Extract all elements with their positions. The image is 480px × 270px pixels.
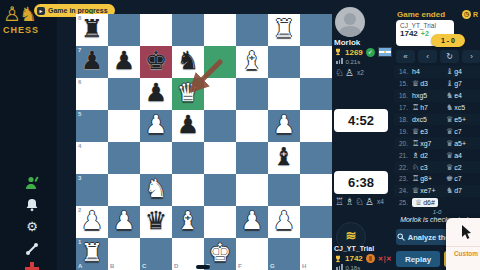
piece-icon: ♛	[446, 139, 453, 148]
square-a4[interactable]: 4	[76, 142, 108, 174]
square-a7[interactable]: 7♟	[76, 46, 108, 78]
player-bottom-rating-row: 1742 ✕|✕	[334, 254, 392, 263]
white-pawn[interactable]: ♟	[268, 206, 300, 238]
square-c4[interactable]	[140, 142, 172, 174]
white-move[interactable]: ♘c3	[412, 163, 446, 172]
square-e5[interactable]	[204, 110, 236, 142]
square-f4[interactable]	[236, 142, 268, 174]
square-b6[interactable]	[108, 78, 140, 110]
black-move[interactable]: ♛e5+	[446, 115, 480, 124]
square-c1[interactable]: C	[140, 238, 172, 270]
piece-icon: ♝	[446, 79, 453, 88]
move-number: 16.	[394, 92, 408, 99]
square-d7[interactable]: ♞	[172, 46, 204, 78]
move-row[interactable]: 25.♕d6#	[394, 197, 480, 209]
black-pawn[interactable]: ♟	[140, 78, 172, 110]
move-number: 20.	[394, 140, 408, 147]
move-number: 17.	[394, 104, 408, 111]
file-label: H	[302, 263, 306, 269]
square-d8[interactable]	[172, 14, 204, 46]
white-move[interactable]: hxg5	[412, 92, 446, 99]
gear-icon[interactable]: ⚙	[24, 219, 40, 235]
move-text: d3	[420, 80, 428, 87]
square-f3[interactable]	[236, 174, 268, 206]
move-number: 19.	[394, 128, 408, 135]
captured-p-icon: ♙	[365, 196, 374, 207]
white-pawn[interactable]: ♟	[108, 206, 140, 238]
piece-icon: ♚	[446, 174, 453, 183]
move-text: d2	[420, 152, 428, 159]
magnifier-icon	[397, 233, 405, 241]
square-b2[interactable]: ♟	[108, 206, 140, 238]
square-f2[interactable]: ♟	[236, 206, 268, 238]
black-pawn[interactable]: ♟	[76, 46, 108, 78]
piece-icon: ♛	[446, 163, 453, 172]
trophy-icon	[334, 255, 342, 263]
file-label: G	[270, 263, 275, 269]
white-bishop[interactable]: ♝	[172, 206, 204, 238]
square-e6[interactable]	[204, 78, 236, 110]
square-h4[interactable]	[300, 142, 332, 174]
white-move[interactable]: ♕xe7+	[412, 186, 446, 195]
white-pawn[interactable]: ♟	[268, 110, 300, 142]
live-icon: ►	[37, 7, 45, 15]
go-to-start-button[interactable]: «	[396, 50, 415, 63]
move-text: d7	[454, 187, 462, 194]
captured-n-icon: ♘	[335, 67, 344, 78]
piece-icon: ♛	[446, 127, 453, 136]
white-pawn[interactable]: ♟	[76, 206, 108, 238]
move-text: xc5	[454, 104, 465, 111]
player-top-latency: 0.21s	[336, 58, 360, 65]
move-text: e4	[454, 92, 462, 99]
app-window: ♙♞ CHESS ⚙ ► Game in progress 8♜♜7♟♟♚♞♝6…	[0, 0, 480, 270]
square-f7[interactable]: ♝	[236, 46, 268, 78]
sidebar: ♙♞ CHESS ⚙	[0, 0, 57, 270]
black-move[interactable]: ♛a5+	[446, 139, 480, 148]
square-a1[interactable]: 1A♜	[76, 238, 108, 270]
square-h1[interactable]: H	[300, 238, 332, 270]
file-label: D	[174, 263, 178, 269]
verified-icon: ✓	[366, 48, 375, 57]
move-row[interactable]: 19.♕e3♛c7	[394, 125, 480, 137]
move-row[interactable]: 17.♖h7♞xc5	[394, 102, 480, 114]
black-move[interactable]: ♞d7	[446, 186, 480, 195]
white-rook[interactable]: ♜	[268, 14, 300, 46]
black-move[interactable]: ♛c7	[446, 127, 480, 136]
bell-icon[interactable]	[24, 197, 40, 213]
move-text: xe7+	[420, 187, 435, 194]
white-pawn[interactable]: ♟	[140, 110, 172, 142]
square-b1[interactable]: B	[108, 238, 140, 270]
black-knight[interactable]: ♞	[172, 46, 204, 78]
player-top-name: Morlok	[334, 38, 360, 47]
move-text: c7	[454, 175, 461, 182]
square-c5[interactable]: ♟	[140, 110, 172, 142]
player-bottom-latency: 0.18s	[336, 264, 360, 270]
square-e2[interactable]	[204, 206, 236, 238]
clock-top: 4:52	[334, 109, 388, 132]
white-move[interactable]: ♗d2	[412, 151, 446, 160]
white-move[interactable]: h4	[412, 68, 446, 75]
file-label: F	[238, 263, 242, 269]
square-e8[interactable]	[204, 14, 236, 46]
piece-icon: ♖	[412, 139, 419, 148]
piece-icon: ♘	[412, 163, 419, 172]
signal-icon	[336, 264, 344, 270]
piece-icon: ♕	[412, 186, 419, 195]
white-queen[interactable]: ♛	[172, 78, 204, 110]
white-move[interactable]: ♖h7	[412, 103, 446, 112]
square-h7[interactable]	[300, 46, 332, 78]
move-text: h4	[412, 68, 420, 75]
square-a6[interactable]: 6	[76, 78, 108, 110]
move-row[interactable]: 18.dxc5♛e5+	[394, 114, 480, 126]
move-text: e5+	[454, 116, 466, 123]
move-text: e3	[420, 128, 428, 135]
board-resize-handle[interactable]	[196, 265, 210, 269]
chess-board[interactable]: 8♜♜7♟♟♚♞♝6♟♛5♟♟♟4♝3♞2♟♟♛♝♟♟1A♜BCDE♚FGH	[76, 14, 332, 270]
black-king[interactable]: ♚	[140, 46, 172, 78]
square-h5[interactable]	[300, 110, 332, 142]
square-d4[interactable]	[172, 142, 204, 174]
move-row[interactable]: 24.♕xe7+♞d7	[394, 185, 480, 197]
black-move[interactable]: ♝g7	[446, 79, 480, 88]
square-b7[interactable]: ♟	[108, 46, 140, 78]
black-pawn[interactable]: ♟	[108, 46, 140, 78]
square-d2[interactable]: ♝	[172, 206, 204, 238]
argentina-flag-icon	[378, 47, 392, 57]
user-online-icon[interactable]	[24, 175, 40, 191]
clock-bottom: 6:38	[334, 171, 388, 194]
piece-icon: ♕	[412, 127, 419, 136]
overlay-label: Custom	[446, 250, 480, 257]
replay-button[interactable]: Replay	[396, 251, 440, 267]
square-b8[interactable]	[108, 14, 140, 46]
result-line: 1-0	[394, 209, 480, 215]
black-bishop[interactable]: ♝	[268, 142, 300, 174]
move-text: c3	[420, 164, 427, 171]
move-text: c7	[454, 128, 461, 135]
previous-move-button[interactable]: ‹	[418, 50, 437, 63]
player-bottom-name: CJ_YT_Trial	[334, 245, 374, 252]
piece-icon: ♖	[412, 103, 419, 112]
white-pawn[interactable]: ♟	[236, 206, 268, 238]
file-label: C	[142, 263, 146, 269]
black-queen[interactable]: ♛	[140, 206, 172, 238]
square-f6[interactable]	[236, 78, 268, 110]
square-a2[interactable]: 2♟	[76, 206, 108, 238]
square-g8[interactable]: ♜	[268, 14, 300, 46]
move-row[interactable]: 23.♖g8+♚c7	[394, 173, 480, 185]
square-g7[interactable]	[268, 46, 300, 78]
next-move-button[interactable]: ›	[462, 50, 480, 63]
move-text: dxc5	[412, 116, 427, 123]
square-e3[interactable]	[204, 174, 236, 206]
move-text: c2	[454, 164, 461, 171]
white-knight[interactable]: ♞	[140, 174, 172, 206]
piece-icon: ♗	[412, 151, 419, 160]
rank-label: 6	[78, 79, 81, 85]
captured-b-icon: ♗	[345, 196, 354, 207]
captured-n-icon: ♘	[355, 196, 364, 207]
white-bishop[interactable]: ♝	[236, 46, 268, 78]
flip-board-button[interactable]: ↻	[440, 50, 459, 63]
player-top-rating: 1269	[345, 48, 363, 57]
black-rook[interactable]: ♜	[76, 14, 108, 46]
captured-pieces-bottom: ♖♗♘♙x4	[335, 196, 384, 207]
move-number: 22.	[394, 164, 408, 171]
square-d5[interactable]: ♟	[172, 110, 204, 142]
move-number: 15.	[394, 80, 408, 87]
square-c7[interactable]: ♚	[140, 46, 172, 78]
square-a5[interactable]: 5	[76, 110, 108, 142]
current-move-pill[interactable]: ♕d6#	[412, 198, 438, 207]
medical-cross-icon[interactable]	[24, 261, 40, 270]
trophy-icon	[334, 48, 342, 56]
tools-icon[interactable]	[24, 241, 40, 257]
square-g3[interactable]	[268, 174, 300, 206]
square-f1[interactable]: F	[236, 238, 268, 270]
piece-icon: ♛	[446, 151, 453, 160]
piece-icon: ♝	[446, 67, 453, 76]
square-c6[interactable]: ♟	[140, 78, 172, 110]
move-row[interactable]: 16.hxg5♞e4	[394, 90, 480, 102]
square-h3[interactable]	[300, 174, 332, 206]
move-row[interactable]: 14.h4♝g4	[394, 66, 480, 78]
piece-icon: ♖	[412, 174, 419, 183]
square-a3[interactable]: 3	[76, 174, 108, 206]
square-f8[interactable]	[236, 14, 268, 46]
captured-pieces-top: ♘♙x2	[335, 67, 364, 78]
square-f5[interactable]	[236, 110, 268, 142]
black-pawn[interactable]: ♟	[172, 110, 204, 142]
move-row[interactable]: 22.♘c3♛c2	[394, 161, 480, 173]
square-g2[interactable]: ♟	[268, 206, 300, 238]
overlay-divider	[446, 246, 480, 247]
move-row[interactable]: 21.♗d2♛a4	[394, 149, 480, 161]
loss-badges: ✕|✕	[378, 255, 392, 263]
square-b5[interactable]	[108, 110, 140, 142]
player-top-rating-row: 1269 ✓	[334, 47, 392, 57]
score-badge: 1 - 0	[431, 34, 465, 47]
square-e4[interactable]	[204, 142, 236, 174]
piece-icon: ♞	[446, 103, 453, 112]
square-h8[interactable]	[300, 14, 332, 46]
square-g5[interactable]: ♟	[268, 110, 300, 142]
player-bottom-rating: 1742	[345, 254, 363, 263]
captured-r-icon: ♖	[335, 196, 344, 207]
move-number: 25.	[394, 199, 408, 206]
game-ended-header: Game ended	[397, 10, 445, 19]
move-text: hxg5	[412, 92, 427, 99]
black-move[interactable]: ♛c2	[446, 163, 480, 172]
rank-label: 4	[78, 143, 81, 149]
move-number: 24.	[394, 187, 408, 194]
move-text: xg7	[420, 140, 431, 147]
white-move[interactable]: ♖g8+	[412, 174, 446, 183]
clock-chip-icon: ◷	[462, 10, 471, 19]
move-number: 18.	[394, 116, 408, 123]
cursor-overlay[interactable]: Custom	[446, 218, 480, 270]
white-rook[interactable]: ♜	[76, 238, 108, 270]
piece-icon: ♛	[446, 115, 453, 124]
rank-label: 3	[78, 175, 81, 181]
square-h2[interactable]	[300, 206, 332, 238]
square-c3[interactable]: ♞	[140, 174, 172, 206]
piece-icon: ♞	[446, 91, 453, 100]
piece-icon: ♕	[412, 79, 419, 88]
white-move[interactable]: ♖xg7	[412, 139, 446, 148]
black-move[interactable]: ♛a4	[446, 151, 480, 160]
cursor-icon	[461, 225, 472, 240]
square-d3[interactable]	[172, 174, 204, 206]
square-c8[interactable]	[140, 14, 172, 46]
captured-count: x4	[377, 198, 384, 205]
badge-icon	[366, 254, 375, 263]
move-number: 14.	[394, 68, 408, 75]
square-g4[interactable]: ♝	[268, 142, 300, 174]
move-text: g4	[454, 68, 462, 75]
black-move[interactable]: ♝g4	[446, 67, 480, 76]
square-g6[interactable]	[268, 78, 300, 110]
winner-name: CJ_YT_Trial	[400, 22, 450, 29]
square-g1[interactable]: G	[268, 238, 300, 270]
winner-rating: 1742	[400, 29, 418, 38]
move-number: 23.	[394, 175, 408, 182]
move-number: 21.	[394, 152, 408, 159]
piece-icon: ♕	[415, 198, 422, 207]
black-move[interactable]: ♞xc5	[446, 103, 480, 112]
square-d6[interactable]: ♛	[172, 78, 204, 110]
move-text: h7	[420, 104, 428, 111]
move-text: g8+	[420, 175, 432, 182]
black-move[interactable]: ♞e4	[446, 91, 480, 100]
captured-p-icon: ♙	[345, 67, 354, 78]
move-text: d6#	[423, 199, 435, 206]
square-e7[interactable]	[204, 46, 236, 78]
rating-delta: +2	[421, 30, 429, 37]
square-c2[interactable]: ♛	[140, 206, 172, 238]
move-text: a5+	[454, 140, 466, 147]
white-move[interactable]: ♕d3	[412, 79, 446, 88]
square-b4[interactable]	[108, 142, 140, 174]
white-move[interactable]: ♕e3	[412, 127, 446, 136]
file-label: B	[110, 263, 114, 269]
playback-controls: «‹↻›	[396, 50, 480, 63]
black-move[interactable]: ♚c7	[446, 174, 480, 183]
white-move[interactable]: ♕d6#	[412, 198, 446, 207]
logo-text: CHESS	[3, 25, 55, 35]
move-text: g7	[454, 80, 462, 87]
signal-icon	[336, 58, 344, 65]
captured-count: x2	[357, 69, 364, 76]
move-text: a4	[454, 152, 462, 159]
square-a8[interactable]: 8♜	[76, 14, 108, 46]
square-h6[interactable]	[300, 78, 332, 110]
move-row[interactable]: 15.♕d3♝g7	[394, 78, 480, 90]
rank-label: 5	[78, 111, 81, 117]
avatar[interactable]	[335, 7, 365, 37]
white-move[interactable]: dxc5	[412, 116, 446, 123]
move-list: 14.h4♝g415.♕d3♝g716.hxg5♞e417.♖h7♞xc518.…	[394, 66, 480, 209]
corner-chip[interactable]: ◷ R	[462, 10, 480, 19]
piece-icon: ♞	[446, 186, 453, 195]
square-b3[interactable]	[108, 174, 140, 206]
move-row[interactable]: 20.♖xg7♛a5+	[394, 137, 480, 149]
